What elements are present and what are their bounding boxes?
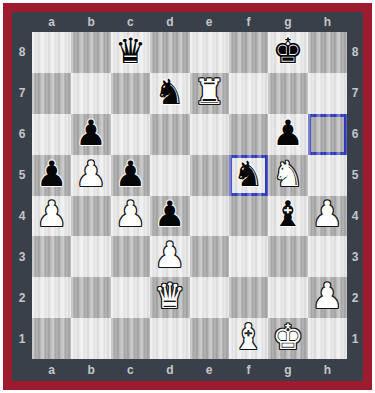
rank-label-3: 3 — [12, 236, 32, 277]
square-f2[interactable] — [229, 277, 268, 318]
file-label-a: a — [32, 12, 71, 32]
square-b2[interactable] — [71, 277, 110, 318]
square-g1[interactable]: ♚ — [268, 318, 307, 359]
square-f6[interactable] — [229, 114, 268, 155]
square-c7[interactable] — [111, 73, 150, 114]
square-c3[interactable] — [111, 236, 150, 277]
square-e4[interactable] — [190, 196, 229, 237]
square-a3[interactable] — [32, 236, 71, 277]
square-d3[interactable]: ♟ — [150, 236, 189, 277]
square-f3[interactable] — [229, 236, 268, 277]
square-e6[interactable] — [190, 114, 229, 155]
square-a8[interactable] — [32, 32, 71, 73]
white-pawn-piece[interactable]: ♟ — [115, 197, 146, 232]
black-bishop-piece[interactable]: ♝ — [272, 197, 303, 232]
square-e1[interactable] — [190, 318, 229, 359]
file-label-g: g — [268, 12, 307, 32]
square-h5[interactable] — [308, 155, 347, 196]
square-h8[interactable] — [308, 32, 347, 73]
rank-label-1: 1 — [12, 318, 32, 359]
square-e3[interactable] — [190, 236, 229, 277]
square-h1[interactable] — [308, 318, 347, 359]
chess-board[interactable]: ♛♚♞♜♟♟♟♟♟♞♞♟♟♟♝♟♟♛♟♝♚ — [32, 32, 347, 359]
square-g8[interactable]: ♚ — [268, 32, 307, 73]
rank-label-2: 2 — [347, 277, 363, 318]
black-queen-piece[interactable]: ♛ — [115, 34, 146, 69]
square-b8[interactable] — [71, 32, 110, 73]
red-frame: abcdefgh 87654321 ♛♚♞♜♟♟♟♟♟♞♞♟♟♟♝♟♟♛♟♝♚ … — [3, 3, 372, 390]
white-pawn-piece[interactable]: ♟ — [75, 157, 106, 192]
white-knight-piece[interactable]: ♞ — [272, 157, 303, 192]
square-h3[interactable] — [308, 236, 347, 277]
square-c6[interactable] — [111, 114, 150, 155]
file-label-d: d — [150, 12, 189, 32]
square-h2[interactable]: ♟ — [308, 277, 347, 318]
black-pawn-piece[interactable]: ♟ — [75, 116, 106, 151]
square-g4[interactable]: ♝ — [268, 196, 307, 237]
white-pawn-piece[interactable]: ♟ — [36, 197, 67, 232]
square-d5[interactable] — [150, 155, 189, 196]
file-label-g: g — [268, 359, 307, 381]
square-b3[interactable] — [71, 236, 110, 277]
square-f5[interactable]: ♞ — [229, 155, 268, 196]
white-pawn-piece[interactable]: ♟ — [312, 279, 343, 314]
black-king-piece[interactable]: ♚ — [272, 34, 303, 69]
file-label-f: f — [229, 12, 268, 32]
square-d4[interactable]: ♟ — [150, 196, 189, 237]
rank-labels-right: 87654321 — [347, 32, 363, 359]
file-labels-top: abcdefgh — [32, 12, 347, 32]
white-king-piece[interactable]: ♚ — [272, 320, 303, 355]
file-label-h: h — [308, 12, 347, 32]
square-f4[interactable] — [229, 196, 268, 237]
square-a1[interactable] — [32, 318, 71, 359]
file-label-h: h — [308, 359, 347, 381]
black-knight-piece[interactable]: ♞ — [154, 75, 185, 110]
rank-label-5: 5 — [12, 155, 32, 196]
square-e2[interactable] — [190, 277, 229, 318]
rank-labels-left: 87654321 — [12, 32, 32, 359]
square-a5[interactable]: ♟ — [32, 155, 71, 196]
rank-label-5: 5 — [347, 155, 363, 196]
white-queen-piece[interactable]: ♛ — [154, 279, 185, 314]
black-knight-piece[interactable]: ♞ — [233, 157, 264, 192]
square-a6[interactable] — [32, 114, 71, 155]
black-pawn-piece[interactable]: ♟ — [272, 116, 303, 151]
white-rook-piece[interactable]: ♜ — [193, 75, 224, 110]
black-pawn-piece[interactable]: ♟ — [115, 157, 146, 192]
file-label-d: d — [150, 359, 189, 381]
rank-label-6: 6 — [12, 114, 32, 155]
square-c8[interactable]: ♛ — [111, 32, 150, 73]
square-b7[interactable] — [71, 73, 110, 114]
square-d6[interactable] — [150, 114, 189, 155]
square-b6[interactable]: ♟ — [71, 114, 110, 155]
file-label-c: c — [111, 12, 150, 32]
square-c5[interactable]: ♟ — [111, 155, 150, 196]
square-e7[interactable]: ♜ — [190, 73, 229, 114]
file-label-b: b — [71, 359, 110, 381]
square-g7[interactable] — [268, 73, 307, 114]
file-label-c: c — [111, 359, 150, 381]
square-h4[interactable]: ♟ — [308, 196, 347, 237]
rank-label-2: 2 — [12, 277, 32, 318]
square-f8[interactable] — [229, 32, 268, 73]
square-g6[interactable]: ♟ — [268, 114, 307, 155]
square-c4[interactable]: ♟ — [111, 196, 150, 237]
square-c1[interactable] — [111, 318, 150, 359]
square-b5[interactable]: ♟ — [71, 155, 110, 196]
square-d2[interactable]: ♛ — [150, 277, 189, 318]
square-e5[interactable] — [190, 155, 229, 196]
file-label-a: a — [32, 359, 71, 381]
square-g5[interactable]: ♞ — [268, 155, 307, 196]
square-h6[interactable] — [308, 114, 347, 155]
square-d8[interactable] — [150, 32, 189, 73]
rank-label-7: 7 — [347, 73, 363, 114]
square-e8[interactable] — [190, 32, 229, 73]
black-pawn-piece[interactable]: ♟ — [36, 157, 67, 192]
rank-label-6: 6 — [347, 114, 363, 155]
file-labels-bottom: abcdefgh — [32, 359, 347, 381]
square-f7[interactable] — [229, 73, 268, 114]
white-pawn-piece[interactable]: ♟ — [312, 197, 343, 232]
square-d7[interactable]: ♞ — [150, 73, 189, 114]
file-label-f: f — [229, 359, 268, 381]
file-label-b: b — [71, 12, 110, 32]
outer-white-border: abcdefgh 87654321 ♛♚♞♜♟♟♟♟♟♞♞♟♟♟♝♟♟♛♟♝♚ … — [0, 0, 375, 393]
rank-label-8: 8 — [347, 32, 363, 73]
square-a4[interactable]: ♟ — [32, 196, 71, 237]
coordinate-band: abcdefgh 87654321 ♛♚♞♜♟♟♟♟♟♞♞♟♟♟♝♟♟♛♟♝♚ … — [12, 12, 363, 381]
square-d1[interactable] — [150, 318, 189, 359]
rank-label-8: 8 — [12, 32, 32, 73]
rank-label-4: 4 — [12, 196, 32, 237]
file-label-e: e — [190, 12, 229, 32]
square-g2[interactable] — [268, 277, 307, 318]
square-h7[interactable] — [308, 73, 347, 114]
square-g3[interactable] — [268, 236, 307, 277]
file-label-e: e — [190, 359, 229, 381]
square-a7[interactable] — [32, 73, 71, 114]
square-b4[interactable] — [71, 196, 110, 237]
square-f1[interactable]: ♝ — [229, 318, 268, 359]
square-b1[interactable] — [71, 318, 110, 359]
rank-label-7: 7 — [12, 73, 32, 114]
rank-label-4: 4 — [347, 196, 363, 237]
white-pawn-piece[interactable]: ♟ — [154, 238, 185, 273]
white-bishop-piece[interactable]: ♝ — [233, 320, 264, 355]
black-pawn-piece[interactable]: ♟ — [154, 197, 185, 232]
square-a2[interactable] — [32, 277, 71, 318]
rank-label-1: 1 — [347, 318, 363, 359]
square-c2[interactable] — [111, 277, 150, 318]
rank-label-3: 3 — [347, 236, 363, 277]
